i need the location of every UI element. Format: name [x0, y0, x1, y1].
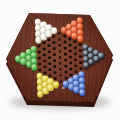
hole[interactable] [69, 68, 72, 71]
hole[interactable] [64, 65, 67, 68]
hole[interactable] [64, 71, 67, 74]
marble-black[interactable] [98, 53, 105, 60]
hole[interactable] [43, 54, 46, 57]
hole[interactable] [68, 38, 71, 41]
hole[interactable] [63, 47, 66, 50]
hole[interactable] [80, 61, 83, 64]
star-grid [0, 0, 120, 120]
hole[interactable] [49, 68, 52, 71]
hole[interactable] [79, 55, 82, 58]
hole[interactable] [63, 41, 66, 44]
hole[interactable] [59, 56, 62, 59]
hole[interactable] [48, 62, 51, 65]
hole[interactable] [80, 67, 83, 70]
hole[interactable] [54, 59, 57, 62]
hole[interactable] [69, 56, 72, 59]
marble-green[interactable] [31, 64, 38, 71]
hole[interactable] [58, 50, 61, 53]
hole[interactable] [74, 59, 77, 62]
hole[interactable] [54, 65, 57, 68]
hole[interactable] [48, 50, 51, 53]
hole[interactable] [43, 42, 46, 45]
hole[interactable] [74, 47, 77, 50]
hole[interactable] [79, 49, 82, 52]
hole[interactable] [75, 65, 78, 68]
photo-scene [0, 0, 120, 120]
hole[interactable] [59, 68, 62, 71]
hole[interactable] [48, 44, 51, 47]
hole[interactable] [58, 38, 61, 41]
marble-orange[interactable] [77, 35, 84, 42]
hole[interactable] [70, 74, 73, 77]
hole[interactable] [64, 53, 67, 56]
hole[interactable] [69, 44, 72, 47]
hole[interactable] [38, 63, 41, 66]
hole[interactable] [37, 45, 40, 48]
hole[interactable] [59, 80, 62, 83]
hole[interactable] [59, 62, 62, 65]
marble-blue[interactable] [79, 89, 86, 96]
marble-yellow[interactable] [52, 81, 59, 88]
hole[interactable] [43, 48, 46, 51]
hole[interactable] [74, 41, 77, 44]
marble-white[interactable] [51, 27, 58, 34]
hole[interactable] [54, 77, 57, 80]
hole[interactable] [43, 66, 46, 69]
hole[interactable] [65, 77, 68, 80]
hole[interactable] [49, 74, 52, 77]
hole[interactable] [48, 38, 51, 41]
hole[interactable] [59, 74, 62, 77]
hole[interactable] [48, 56, 51, 59]
hole[interactable] [53, 47, 56, 50]
hole[interactable] [64, 59, 67, 62]
hole[interactable] [43, 60, 46, 63]
hole[interactable] [53, 53, 56, 56]
hole[interactable] [75, 71, 78, 74]
hole[interactable] [63, 35, 66, 38]
hole[interactable] [58, 32, 61, 35]
hole[interactable] [38, 51, 41, 54]
hole[interactable] [74, 53, 77, 56]
hole[interactable] [38, 57, 41, 60]
hole[interactable] [69, 50, 72, 53]
hole[interactable] [38, 69, 41, 72]
hole[interactable] [79, 43, 82, 46]
hole[interactable] [54, 71, 57, 74]
hole[interactable] [69, 62, 72, 65]
hole[interactable] [44, 72, 47, 75]
hole[interactable] [58, 44, 61, 47]
hole[interactable] [53, 41, 56, 44]
hole[interactable] [53, 35, 56, 38]
